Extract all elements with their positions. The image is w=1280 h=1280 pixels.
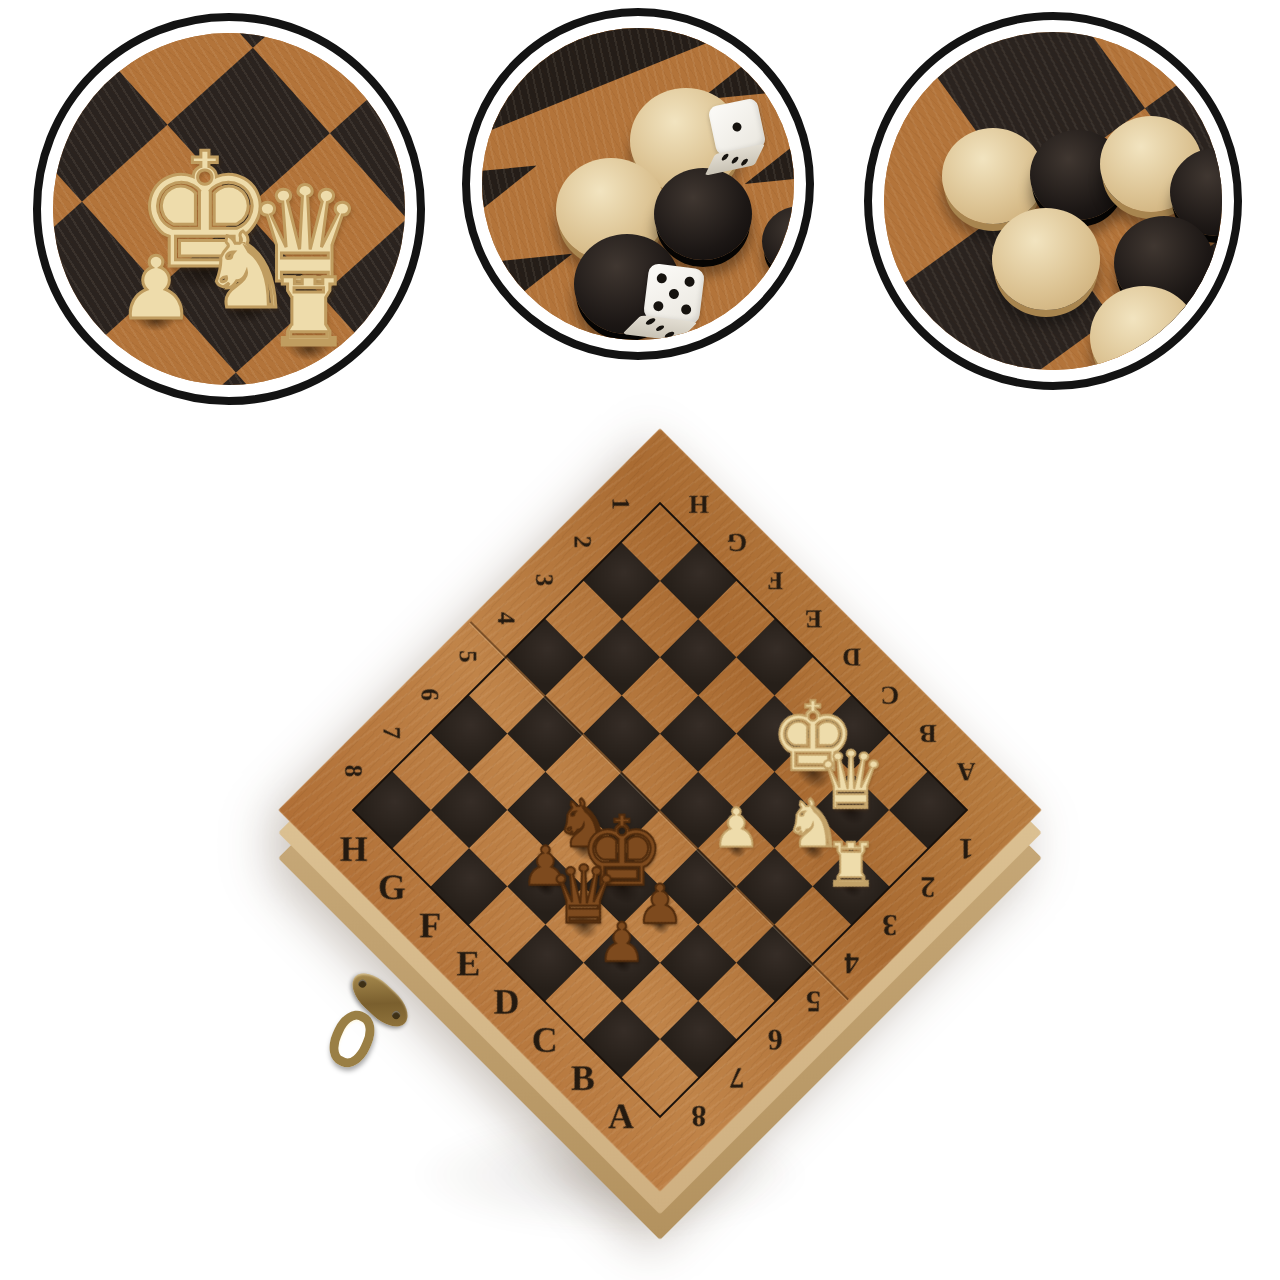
coordinate-text: D	[842, 644, 861, 670]
inset-backgammon-scene	[482, 28, 794, 340]
coordinate-text: G	[378, 869, 406, 905]
coordinate-text: F	[419, 907, 441, 943]
coordinate-text: 8	[691, 1101, 706, 1131]
coordinate-text: D	[494, 984, 520, 1020]
die-pip	[668, 288, 679, 299]
light-rook-glyph: ♜	[824, 835, 878, 895]
coordinate-text: C	[880, 682, 899, 708]
die	[643, 263, 705, 325]
screw	[357, 978, 368, 989]
coordinate-text: B	[919, 720, 936, 746]
coordinate-text: E	[456, 945, 480, 981]
die-pip	[732, 122, 743, 133]
coordinate-text: 2	[570, 536, 595, 549]
coordinate-text: 6	[418, 688, 443, 701]
dark-pawn-glyph: ♟	[598, 916, 646, 970]
die-pip	[681, 304, 692, 315]
die-pip	[653, 301, 664, 312]
coordinate-text: C	[532, 1022, 558, 1058]
inset-checkers-closeup	[864, 12, 1242, 390]
pawn-glyph: ♟	[117, 245, 194, 331]
coordinate-text: 7	[380, 727, 405, 740]
dark-checker-disc	[654, 168, 752, 260]
coordinate-text: 4	[494, 612, 519, 625]
coordinate-text: A	[957, 758, 976, 784]
clasp-latch	[318, 978, 438, 1108]
inset-chess-closeup: 6 ♚♛♞♟♜	[33, 13, 425, 405]
coordinate-text: A	[608, 1098, 634, 1134]
coordinate-text: 1	[609, 498, 634, 511]
light-pawn-glyph: ♟	[712, 802, 760, 856]
coordinate-text: 4	[844, 948, 859, 978]
inset-backgammon-closeup	[462, 8, 814, 360]
coordinate-text: 8	[341, 765, 366, 778]
die-pip	[740, 158, 749, 166]
die-pip	[653, 324, 666, 331]
coordinate-text: H	[689, 491, 709, 517]
die-pip	[730, 156, 739, 164]
coordinate-text: 2	[920, 872, 935, 902]
inset-checkers-scene	[884, 32, 1222, 370]
coordinate-text: 6	[768, 1025, 783, 1055]
rook-glyph: ♜	[267, 266, 351, 360]
coordinate-text: 5	[806, 987, 821, 1017]
coordinate-text: 7	[730, 1063, 745, 1093]
screw	[390, 1009, 401, 1020]
coordinate-text: F	[767, 567, 783, 593]
coordinate-text: 1	[959, 834, 974, 864]
coordinate-text: H	[340, 831, 368, 867]
coordinate-text: E	[805, 605, 822, 631]
die-pip	[684, 276, 695, 287]
coordinate-text: 5	[456, 650, 481, 663]
coordinate-text: 3	[532, 574, 557, 587]
coordinate-text: B	[571, 1060, 595, 1096]
coordinate-text: G	[727, 529, 747, 555]
product-photo: 6 ♚♛♞♟♜	[0, 0, 1280, 1280]
die-pip	[720, 153, 729, 161]
die-pip	[656, 273, 667, 284]
die-pip	[663, 331, 676, 338]
inset-chess-scene: 6 ♚♛♞♟♜	[53, 33, 405, 385]
die-pip	[644, 318, 657, 325]
die	[707, 97, 766, 156]
light-checker-disc	[992, 208, 1100, 310]
coordinate-text: 3	[882, 910, 897, 940]
